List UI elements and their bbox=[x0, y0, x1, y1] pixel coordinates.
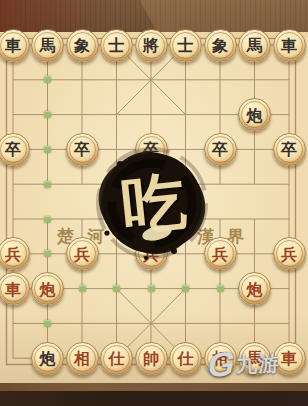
watermark: G 九游 bbox=[208, 340, 304, 388]
piece-black-advisor[interactable]: 士 bbox=[169, 29, 202, 62]
piece-black-soldier[interactable]: 卒 bbox=[66, 133, 99, 166]
piece-black-horse[interactable]: 馬 bbox=[31, 29, 64, 62]
piece-red-chariot[interactable]: 車 bbox=[0, 272, 30, 305]
piece-red-soldier[interactable]: 兵 bbox=[0, 237, 30, 270]
board-surface[interactable]: 楚河 漢界 車馬象士將士象馬車炮卒卒卒卒卒兵兵兵兵兵車炮炮炮相仕帥仕相馬車 bbox=[0, 32, 308, 383]
piece-red-soldier[interactable]: 兵 bbox=[66, 237, 99, 270]
piece-red-soldier[interactable]: 兵 bbox=[273, 237, 306, 270]
piece-black-soldier[interactable]: 卒 bbox=[204, 133, 237, 166]
piece-red-advisor[interactable]: 仕 bbox=[100, 342, 133, 375]
watermark-text: 九游 bbox=[236, 349, 281, 379]
watermark-logo-icon: G bbox=[207, 344, 236, 384]
piece-red-cannon[interactable]: 炮 bbox=[238, 272, 271, 305]
piece-red-advisor[interactable]: 仕 bbox=[169, 342, 202, 375]
piece-red-cannon[interactable]: 炮 bbox=[31, 272, 64, 305]
piece-layer: 車馬象士將士象馬車炮卒卒卒卒卒兵兵兵兵兵車炮炮炮相仕帥仕相馬車 bbox=[0, 28, 306, 376]
piece-red-soldier[interactable]: 兵 bbox=[135, 237, 168, 270]
piece-black-soldier[interactable]: 卒 bbox=[0, 133, 30, 166]
piece-black-advisor[interactable]: 士 bbox=[100, 29, 133, 62]
piece-black-chariot[interactable]: 車 bbox=[273, 29, 306, 62]
piece-red-general[interactable]: 帥 bbox=[135, 342, 168, 375]
piece-black-soldier[interactable]: 卒 bbox=[273, 133, 306, 166]
app-frame: 楚河 漢界 車馬象士將士象馬車炮卒卒卒卒卒兵兵兵兵兵車炮炮炮相仕帥仕相馬車 吃 … bbox=[0, 0, 308, 406]
piece-black-elephant[interactable]: 象 bbox=[204, 29, 237, 62]
piece-black-general[interactable]: 將 bbox=[135, 29, 168, 62]
piece-black-elephant[interactable]: 象 bbox=[66, 29, 99, 62]
piece-black-horse[interactable]: 馬 bbox=[238, 29, 271, 62]
piece-black-chariot[interactable]: 車 bbox=[0, 29, 30, 62]
piece-red-elephant[interactable]: 相 bbox=[66, 342, 99, 375]
piece-black-cannon[interactable]: 炮 bbox=[31, 342, 64, 375]
piece-black-soldier[interactable]: 卒 bbox=[135, 133, 168, 166]
piece-black-cannon[interactable]: 炮 bbox=[238, 98, 271, 131]
piece-red-soldier[interactable]: 兵 bbox=[204, 237, 237, 270]
footer-bar bbox=[0, 391, 308, 406]
